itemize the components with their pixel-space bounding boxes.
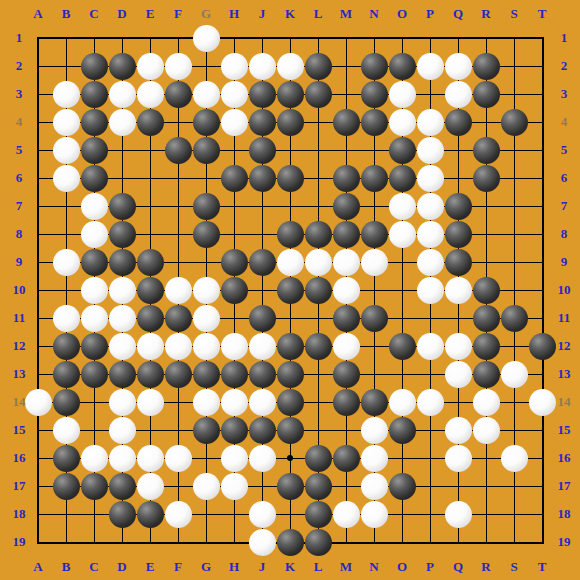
point-H19[interactable] <box>220 528 248 556</box>
point-E11[interactable]: ● <box>136 304 164 332</box>
point-S2[interactable] <box>500 52 528 80</box>
point-L18[interactable]: ● <box>304 500 332 528</box>
point-O12[interactable]: ● <box>388 332 416 360</box>
point-E3[interactable]: ○ <box>136 80 164 108</box>
point-F18[interactable]: ○ <box>164 500 192 528</box>
point-M4[interactable]: ● <box>332 108 360 136</box>
point-J1[interactable] <box>248 24 276 52</box>
point-Q11[interactable] <box>444 304 472 332</box>
point-Q10[interactable]: ○ <box>444 276 472 304</box>
point-R19[interactable] <box>472 528 500 556</box>
point-H15[interactable]: ● <box>220 416 248 444</box>
point-J14[interactable]: ○ <box>248 388 276 416</box>
point-L5[interactable] <box>304 136 332 164</box>
point-E17[interactable]: ○ <box>136 472 164 500</box>
point-G15[interactable]: ● <box>192 416 220 444</box>
point-R6[interactable]: ● <box>472 164 500 192</box>
point-O1[interactable] <box>388 24 416 52</box>
point-S5[interactable] <box>500 136 528 164</box>
point-M14[interactable]: ● <box>332 388 360 416</box>
point-R8[interactable] <box>472 220 500 248</box>
point-T3[interactable] <box>528 80 556 108</box>
point-P16[interactable] <box>416 444 444 472</box>
point-M17[interactable] <box>332 472 360 500</box>
point-E10[interactable]: ● <box>136 276 164 304</box>
point-R13[interactable]: ● <box>472 360 500 388</box>
point-Q6[interactable] <box>444 164 472 192</box>
point-R9[interactable] <box>472 248 500 276</box>
point-H4[interactable]: ○ <box>220 108 248 136</box>
point-C16[interactable]: ○ <box>80 444 108 472</box>
point-P15[interactable] <box>416 416 444 444</box>
point-S11[interactable]: ● <box>500 304 528 332</box>
point-M1[interactable] <box>332 24 360 52</box>
point-T12[interactable]: ● <box>528 332 556 360</box>
point-H5[interactable] <box>220 136 248 164</box>
point-J6[interactable]: ● <box>248 164 276 192</box>
point-C3[interactable]: ● <box>80 80 108 108</box>
point-L10[interactable]: ● <box>304 276 332 304</box>
point-E1[interactable] <box>136 24 164 52</box>
point-K1[interactable] <box>276 24 304 52</box>
point-D14[interactable]: ○ <box>108 388 136 416</box>
point-M18[interactable]: ○ <box>332 500 360 528</box>
point-S10[interactable] <box>500 276 528 304</box>
point-N3[interactable]: ● <box>360 80 388 108</box>
point-L1[interactable] <box>304 24 332 52</box>
point-A7[interactable] <box>24 192 52 220</box>
point-A9[interactable] <box>24 248 52 276</box>
point-T8[interactable] <box>528 220 556 248</box>
point-G7[interactable]: ● <box>192 192 220 220</box>
point-S1[interactable] <box>500 24 528 52</box>
point-B3[interactable]: ○ <box>52 80 80 108</box>
point-J10[interactable] <box>248 276 276 304</box>
point-O16[interactable] <box>388 444 416 472</box>
point-G4[interactable]: ● <box>192 108 220 136</box>
point-R4[interactable] <box>472 108 500 136</box>
point-N7[interactable] <box>360 192 388 220</box>
point-G16[interactable] <box>192 444 220 472</box>
point-S15[interactable] <box>500 416 528 444</box>
point-B15[interactable]: ○ <box>52 416 80 444</box>
point-H13[interactable]: ● <box>220 360 248 388</box>
point-Q13[interactable]: ○ <box>444 360 472 388</box>
point-A10[interactable] <box>24 276 52 304</box>
point-C12[interactable]: ● <box>80 332 108 360</box>
point-S8[interactable] <box>500 220 528 248</box>
point-F8[interactable] <box>164 220 192 248</box>
point-M13[interactable]: ● <box>332 360 360 388</box>
point-H12[interactable]: ○ <box>220 332 248 360</box>
point-T5[interactable] <box>528 136 556 164</box>
point-G14[interactable]: ○ <box>192 388 220 416</box>
point-P1[interactable] <box>416 24 444 52</box>
point-S7[interactable] <box>500 192 528 220</box>
point-B13[interactable]: ● <box>52 360 80 388</box>
point-N11[interactable]: ● <box>360 304 388 332</box>
point-N18[interactable]: ○ <box>360 500 388 528</box>
point-S4[interactable]: ● <box>500 108 528 136</box>
point-E16[interactable]: ○ <box>136 444 164 472</box>
point-Q12[interactable]: ○ <box>444 332 472 360</box>
point-N9[interactable]: ○ <box>360 248 388 276</box>
point-E15[interactable] <box>136 416 164 444</box>
point-R2[interactable]: ● <box>472 52 500 80</box>
point-C5[interactable]: ● <box>80 136 108 164</box>
point-E7[interactable] <box>136 192 164 220</box>
point-O5[interactable]: ● <box>388 136 416 164</box>
point-C10[interactable]: ○ <box>80 276 108 304</box>
point-R5[interactable]: ● <box>472 136 500 164</box>
point-K11[interactable] <box>276 304 304 332</box>
point-G18[interactable] <box>192 500 220 528</box>
point-S13[interactable]: ○ <box>500 360 528 388</box>
point-D6[interactable] <box>108 164 136 192</box>
point-B2[interactable] <box>52 52 80 80</box>
point-L9[interactable]: ○ <box>304 248 332 276</box>
point-G1[interactable]: ○ <box>192 24 220 52</box>
point-P8[interactable]: ○ <box>416 220 444 248</box>
point-D8[interactable]: ● <box>108 220 136 248</box>
point-J9[interactable]: ● <box>248 248 276 276</box>
point-F2[interactable]: ○ <box>164 52 192 80</box>
point-P12[interactable]: ○ <box>416 332 444 360</box>
point-E14[interactable]: ○ <box>136 388 164 416</box>
point-M8[interactable]: ● <box>332 220 360 248</box>
point-G10[interactable]: ○ <box>192 276 220 304</box>
point-N12[interactable] <box>360 332 388 360</box>
point-L3[interactable]: ● <box>304 80 332 108</box>
point-H8[interactable] <box>220 220 248 248</box>
point-F5[interactable]: ● <box>164 136 192 164</box>
point-K10[interactable]: ● <box>276 276 304 304</box>
point-O11[interactable] <box>388 304 416 332</box>
point-Q3[interactable]: ○ <box>444 80 472 108</box>
point-K4[interactable]: ● <box>276 108 304 136</box>
point-E13[interactable]: ● <box>136 360 164 388</box>
point-K3[interactable]: ● <box>276 80 304 108</box>
point-N4[interactable]: ● <box>360 108 388 136</box>
point-Q8[interactable]: ● <box>444 220 472 248</box>
point-L12[interactable]: ● <box>304 332 332 360</box>
point-B4[interactable]: ○ <box>52 108 80 136</box>
point-R18[interactable] <box>472 500 500 528</box>
point-H7[interactable] <box>220 192 248 220</box>
point-O2[interactable]: ● <box>388 52 416 80</box>
point-C2[interactable]: ● <box>80 52 108 80</box>
point-G17[interactable]: ○ <box>192 472 220 500</box>
point-S17[interactable] <box>500 472 528 500</box>
point-Q15[interactable]: ○ <box>444 416 472 444</box>
point-D2[interactable]: ● <box>108 52 136 80</box>
point-T6[interactable] <box>528 164 556 192</box>
point-D13[interactable]: ● <box>108 360 136 388</box>
point-E2[interactable]: ○ <box>136 52 164 80</box>
point-S14[interactable] <box>500 388 528 416</box>
point-D18[interactable]: ● <box>108 500 136 528</box>
point-F7[interactable] <box>164 192 192 220</box>
point-H10[interactable]: ● <box>220 276 248 304</box>
point-T19[interactable] <box>528 528 556 556</box>
point-D4[interactable]: ○ <box>108 108 136 136</box>
point-T1[interactable] <box>528 24 556 52</box>
point-F13[interactable]: ● <box>164 360 192 388</box>
point-C8[interactable]: ○ <box>80 220 108 248</box>
point-N19[interactable] <box>360 528 388 556</box>
point-H11[interactable] <box>220 304 248 332</box>
point-A11[interactable] <box>24 304 52 332</box>
point-E5[interactable] <box>136 136 164 164</box>
point-G5[interactable]: ● <box>192 136 220 164</box>
point-G2[interactable] <box>192 52 220 80</box>
point-H1[interactable] <box>220 24 248 52</box>
point-K12[interactable]: ● <box>276 332 304 360</box>
point-D12[interactable]: ○ <box>108 332 136 360</box>
point-B16[interactable]: ● <box>52 444 80 472</box>
point-B7[interactable] <box>52 192 80 220</box>
point-A3[interactable] <box>24 80 52 108</box>
point-A13[interactable] <box>24 360 52 388</box>
point-E8[interactable] <box>136 220 164 248</box>
point-Q18[interactable]: ○ <box>444 500 472 528</box>
point-Q14[interactable] <box>444 388 472 416</box>
point-L6[interactable] <box>304 164 332 192</box>
point-D16[interactable]: ○ <box>108 444 136 472</box>
point-F16[interactable]: ○ <box>164 444 192 472</box>
point-B12[interactable]: ● <box>52 332 80 360</box>
point-P10[interactable]: ○ <box>416 276 444 304</box>
point-H18[interactable] <box>220 500 248 528</box>
point-R11[interactable]: ● <box>472 304 500 332</box>
point-B11[interactable]: ○ <box>52 304 80 332</box>
point-G8[interactable]: ● <box>192 220 220 248</box>
point-F12[interactable]: ○ <box>164 332 192 360</box>
point-J8[interactable] <box>248 220 276 248</box>
point-M19[interactable] <box>332 528 360 556</box>
point-L4[interactable] <box>304 108 332 136</box>
point-G13[interactable]: ● <box>192 360 220 388</box>
point-T9[interactable] <box>528 248 556 276</box>
point-K8[interactable]: ● <box>276 220 304 248</box>
point-H6[interactable]: ● <box>220 164 248 192</box>
point-M10[interactable]: ○ <box>332 276 360 304</box>
point-O9[interactable] <box>388 248 416 276</box>
point-J19[interactable]: ○ <box>248 528 276 556</box>
point-B17[interactable]: ● <box>52 472 80 500</box>
point-H3[interactable]: ○ <box>220 80 248 108</box>
point-H9[interactable]: ● <box>220 248 248 276</box>
point-P19[interactable] <box>416 528 444 556</box>
point-J3[interactable]: ● <box>248 80 276 108</box>
point-E18[interactable]: ● <box>136 500 164 528</box>
point-L16[interactable]: ● <box>304 444 332 472</box>
point-M3[interactable] <box>332 80 360 108</box>
point-A1[interactable] <box>24 24 52 52</box>
point-B18[interactable] <box>52 500 80 528</box>
point-S18[interactable] <box>500 500 528 528</box>
point-M5[interactable] <box>332 136 360 164</box>
point-N17[interactable]: ○ <box>360 472 388 500</box>
point-T11[interactable] <box>528 304 556 332</box>
point-C4[interactable]: ● <box>80 108 108 136</box>
point-P9[interactable]: ○ <box>416 248 444 276</box>
point-B5[interactable]: ○ <box>52 136 80 164</box>
point-N5[interactable] <box>360 136 388 164</box>
point-O3[interactable]: ○ <box>388 80 416 108</box>
point-Q17[interactable] <box>444 472 472 500</box>
point-B8[interactable] <box>52 220 80 248</box>
point-F19[interactable] <box>164 528 192 556</box>
point-F3[interactable]: ● <box>164 80 192 108</box>
point-O8[interactable]: ○ <box>388 220 416 248</box>
point-P13[interactable] <box>416 360 444 388</box>
point-P4[interactable]: ○ <box>416 108 444 136</box>
point-E9[interactable]: ● <box>136 248 164 276</box>
point-K6[interactable]: ● <box>276 164 304 192</box>
point-N14[interactable]: ● <box>360 388 388 416</box>
point-S16[interactable]: ○ <box>500 444 528 472</box>
point-O4[interactable]: ○ <box>388 108 416 136</box>
point-T7[interactable] <box>528 192 556 220</box>
point-C15[interactable] <box>80 416 108 444</box>
point-S12[interactable] <box>500 332 528 360</box>
point-K18[interactable] <box>276 500 304 528</box>
point-B14[interactable]: ● <box>52 388 80 416</box>
point-B10[interactable] <box>52 276 80 304</box>
point-B9[interactable]: ○ <box>52 248 80 276</box>
point-Q19[interactable] <box>444 528 472 556</box>
point-D11[interactable]: ○ <box>108 304 136 332</box>
point-Q7[interactable]: ● <box>444 192 472 220</box>
point-O17[interactable]: ● <box>388 472 416 500</box>
point-M16[interactable]: ● <box>332 444 360 472</box>
point-F10[interactable]: ○ <box>164 276 192 304</box>
point-R7[interactable] <box>472 192 500 220</box>
point-F9[interactable] <box>164 248 192 276</box>
point-M15[interactable] <box>332 416 360 444</box>
point-P7[interactable]: ○ <box>416 192 444 220</box>
point-E6[interactable] <box>136 164 164 192</box>
point-P17[interactable] <box>416 472 444 500</box>
point-G9[interactable] <box>192 248 220 276</box>
point-Q16[interactable]: ○ <box>444 444 472 472</box>
point-L15[interactable] <box>304 416 332 444</box>
point-F4[interactable] <box>164 108 192 136</box>
point-C11[interactable]: ○ <box>80 304 108 332</box>
point-L8[interactable]: ● <box>304 220 332 248</box>
point-J15[interactable]: ● <box>248 416 276 444</box>
point-B19[interactable] <box>52 528 80 556</box>
point-D9[interactable]: ● <box>108 248 136 276</box>
point-T13[interactable] <box>528 360 556 388</box>
point-N10[interactable] <box>360 276 388 304</box>
point-D15[interactable]: ○ <box>108 416 136 444</box>
point-M11[interactable]: ● <box>332 304 360 332</box>
point-K7[interactable] <box>276 192 304 220</box>
point-D19[interactable] <box>108 528 136 556</box>
point-F1[interactable] <box>164 24 192 52</box>
point-G6[interactable] <box>192 164 220 192</box>
point-O7[interactable]: ○ <box>388 192 416 220</box>
point-J7[interactable] <box>248 192 276 220</box>
point-R12[interactable]: ● <box>472 332 500 360</box>
point-G12[interactable]: ○ <box>192 332 220 360</box>
point-L13[interactable] <box>304 360 332 388</box>
point-T14[interactable]: ○ <box>528 388 556 416</box>
point-S9[interactable] <box>500 248 528 276</box>
point-M6[interactable]: ● <box>332 164 360 192</box>
point-O15[interactable]: ● <box>388 416 416 444</box>
point-B6[interactable]: ○ <box>52 164 80 192</box>
point-J18[interactable]: ○ <box>248 500 276 528</box>
point-J17[interactable] <box>248 472 276 500</box>
point-J12[interactable]: ○ <box>248 332 276 360</box>
point-A18[interactable] <box>24 500 52 528</box>
point-P14[interactable]: ○ <box>416 388 444 416</box>
point-Q1[interactable] <box>444 24 472 52</box>
point-M2[interactable] <box>332 52 360 80</box>
point-G3[interactable]: ○ <box>192 80 220 108</box>
point-P11[interactable] <box>416 304 444 332</box>
point-C7[interactable]: ○ <box>80 192 108 220</box>
point-Q4[interactable]: ● <box>444 108 472 136</box>
point-E19[interactable] <box>136 528 164 556</box>
point-T15[interactable] <box>528 416 556 444</box>
point-S6[interactable] <box>500 164 528 192</box>
point-K16[interactable] <box>276 444 304 472</box>
point-R16[interactable] <box>472 444 500 472</box>
point-H17[interactable]: ○ <box>220 472 248 500</box>
point-A16[interactable] <box>24 444 52 472</box>
point-N16[interactable]: ○ <box>360 444 388 472</box>
point-C13[interactable]: ● <box>80 360 108 388</box>
point-O6[interactable]: ● <box>388 164 416 192</box>
point-O19[interactable] <box>388 528 416 556</box>
point-G19[interactable] <box>192 528 220 556</box>
point-A12[interactable] <box>24 332 52 360</box>
point-H16[interactable]: ○ <box>220 444 248 472</box>
point-C6[interactable]: ● <box>80 164 108 192</box>
point-L19[interactable]: ● <box>304 528 332 556</box>
point-F6[interactable] <box>164 164 192 192</box>
point-R17[interactable] <box>472 472 500 500</box>
point-N6[interactable]: ● <box>360 164 388 192</box>
point-R3[interactable]: ● <box>472 80 500 108</box>
point-J11[interactable]: ● <box>248 304 276 332</box>
point-S19[interactable] <box>500 528 528 556</box>
point-M9[interactable]: ○ <box>332 248 360 276</box>
point-C14[interactable] <box>80 388 108 416</box>
point-T4[interactable] <box>528 108 556 136</box>
point-T16[interactable] <box>528 444 556 472</box>
point-D10[interactable]: ○ <box>108 276 136 304</box>
point-L7[interactable] <box>304 192 332 220</box>
point-A15[interactable] <box>24 416 52 444</box>
point-P2[interactable]: ○ <box>416 52 444 80</box>
point-J5[interactable]: ● <box>248 136 276 164</box>
point-C9[interactable]: ● <box>80 248 108 276</box>
point-P5[interactable]: ○ <box>416 136 444 164</box>
point-C1[interactable] <box>80 24 108 52</box>
point-K14[interactable]: ● <box>276 388 304 416</box>
point-N13[interactable] <box>360 360 388 388</box>
point-E12[interactable]: ○ <box>136 332 164 360</box>
point-D3[interactable]: ○ <box>108 80 136 108</box>
point-J4[interactable]: ● <box>248 108 276 136</box>
point-T18[interactable] <box>528 500 556 528</box>
point-G11[interactable]: ○ <box>192 304 220 332</box>
